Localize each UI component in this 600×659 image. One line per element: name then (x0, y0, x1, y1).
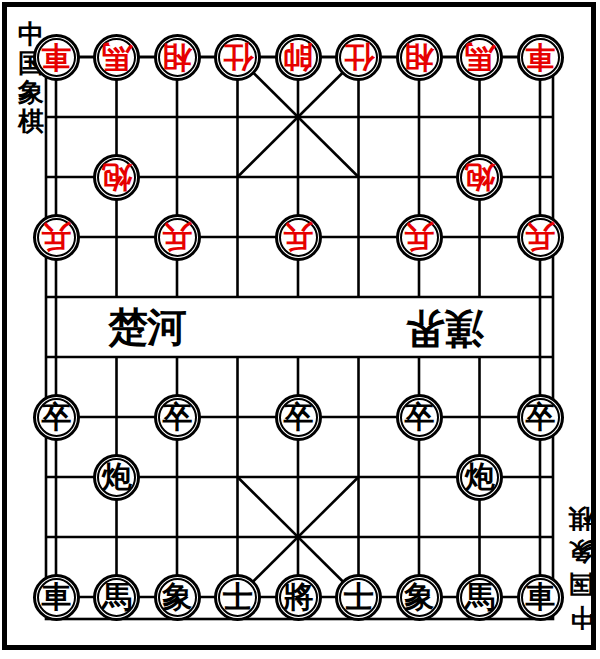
piece-red-advisor[interactable]: 仕 (214, 34, 261, 81)
piece-black-soldier[interactable]: 卒 (33, 394, 80, 441)
piece-label: 仕 (344, 42, 374, 72)
piece-red-advisor[interactable]: 仕 (335, 34, 382, 81)
piece-label: 車 (525, 582, 555, 612)
piece-black-soldier[interactable]: 卒 (396, 394, 443, 441)
piece-red-chariot[interactable]: 車 (517, 34, 564, 81)
piece-label: 象 (162, 582, 192, 612)
piece-black-elephant[interactable]: 象 (154, 574, 201, 621)
piece-label: 車 (41, 582, 71, 612)
title-char: 象 (569, 535, 594, 568)
piece-label: 兵 (41, 222, 71, 252)
piece-black-cannon[interactable]: 炮 (456, 454, 503, 501)
piece-black-chariot[interactable]: 車 (517, 574, 564, 621)
piece-label: 卒 (162, 402, 192, 432)
piece-black-elephant[interactable]: 象 (396, 574, 443, 621)
piece-red-soldier[interactable]: 兵 (517, 214, 564, 261)
piece-label: 帥 (283, 42, 313, 72)
piece-label: 相 (162, 42, 192, 72)
piece-red-horse[interactable]: 馬 (93, 34, 140, 81)
piece-red-soldier[interactable]: 兵 (396, 214, 443, 261)
piece-label: 卒 (283, 402, 313, 432)
piece-red-cannon[interactable]: 炮 (93, 154, 140, 201)
piece-label: 仕 (223, 42, 253, 72)
title-char: 中 (569, 601, 594, 634)
piece-red-cannon[interactable]: 炮 (456, 154, 503, 201)
piece-label: 象 (404, 582, 434, 612)
piece-label: 炮 (102, 162, 132, 192)
piece-label: 兵 (525, 222, 555, 252)
piece-label: 士 (223, 582, 253, 612)
piece-black-advisor[interactable]: 士 (214, 574, 261, 621)
piece-black-soldier[interactable]: 卒 (154, 394, 201, 441)
piece-black-chariot[interactable]: 車 (33, 574, 80, 621)
piece-black-soldier[interactable]: 卒 (517, 394, 564, 441)
piece-red-general[interactable]: 帥 (275, 34, 322, 81)
piece-red-soldier[interactable]: 兵 (33, 214, 80, 261)
piece-label: 炮 (102, 462, 132, 492)
piece-label: 將 (283, 582, 313, 612)
piece-black-cannon[interactable]: 炮 (93, 454, 140, 501)
piece-label: 兵 (404, 222, 434, 252)
piece-red-chariot[interactable]: 車 (33, 34, 80, 81)
piece-label: 卒 (404, 402, 434, 432)
piece-label: 車 (41, 42, 71, 72)
piece-label: 馬 (102, 582, 132, 612)
piece-label: 車 (525, 42, 555, 72)
piece-label: 馬 (465, 582, 495, 612)
piece-black-horse[interactable]: 馬 (456, 574, 503, 621)
piece-red-soldier[interactable]: 兵 (275, 214, 322, 261)
piece-label: 士 (344, 582, 374, 612)
xiangqi-diagram: 中国象棋 中国象棋 楚河 漢界 車馬相仕帥仕相馬車炮炮兵兵兵兵兵卒卒卒卒卒炮炮車… (0, 0, 600, 659)
piece-label: 兵 (283, 222, 313, 252)
piece-black-advisor[interactable]: 士 (335, 574, 382, 621)
piece-black-general[interactable]: 將 (275, 574, 322, 621)
piece-label: 馬 (465, 42, 495, 72)
piece-red-horse[interactable]: 馬 (456, 34, 503, 81)
piece-layer: 車馬相仕帥仕相馬車炮炮兵兵兵兵兵卒卒卒卒卒炮炮車馬象士將士象馬車 (26, 27, 571, 627)
piece-label: 卒 (41, 402, 71, 432)
piece-red-elephant[interactable]: 相 (154, 34, 201, 81)
piece-label: 兵 (162, 222, 192, 252)
piece-red-soldier[interactable]: 兵 (154, 214, 201, 261)
title-char: 国 (569, 568, 594, 601)
piece-black-horse[interactable]: 馬 (93, 574, 140, 621)
piece-black-soldier[interactable]: 卒 (275, 394, 322, 441)
piece-label: 炮 (465, 462, 495, 492)
piece-red-elephant[interactable]: 相 (396, 34, 443, 81)
piece-label: 炮 (465, 162, 495, 192)
piece-label: 相 (404, 42, 434, 72)
title-char: 棋 (569, 502, 594, 535)
piece-label: 卒 (525, 402, 555, 432)
piece-label: 馬 (102, 42, 132, 72)
